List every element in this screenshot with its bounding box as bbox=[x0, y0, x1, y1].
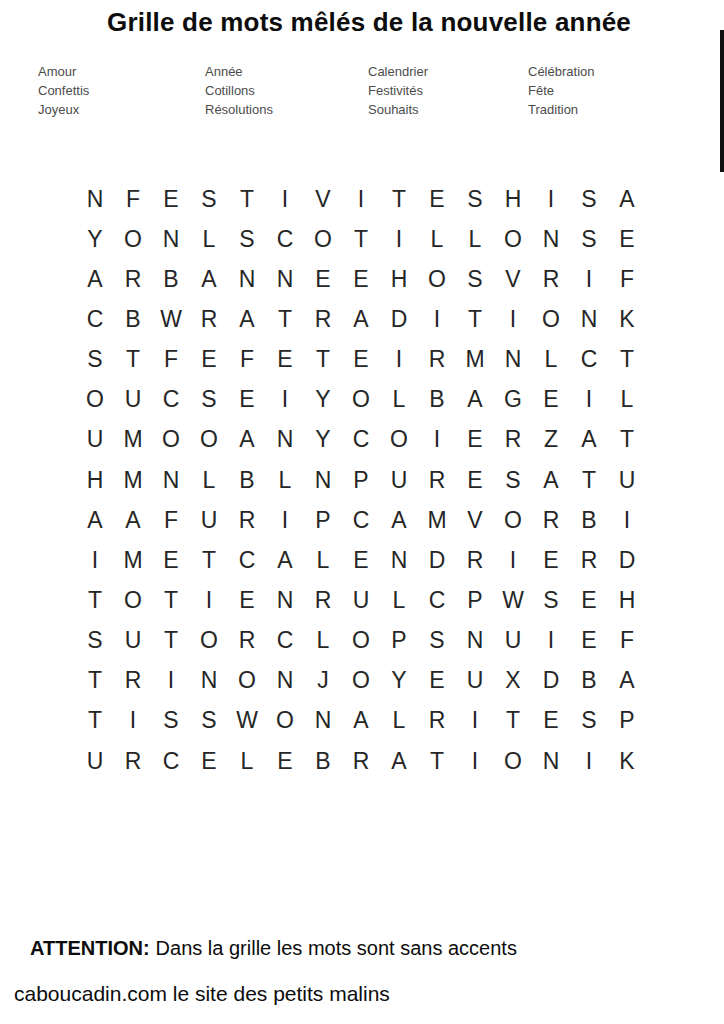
word-list-item: Amour bbox=[38, 62, 89, 81]
attention-label: ATTENTION: bbox=[30, 937, 150, 959]
grid-cell: F bbox=[228, 340, 266, 380]
grid-cell: O bbox=[342, 661, 380, 701]
grid-cell: S bbox=[456, 259, 494, 299]
grid-cell: T bbox=[190, 540, 228, 580]
grid-cell: O bbox=[418, 259, 456, 299]
grid-cell: U bbox=[380, 460, 418, 500]
grid-cell: N bbox=[532, 741, 570, 781]
grid-cell: C bbox=[228, 540, 266, 580]
grid-cell: O bbox=[342, 380, 380, 420]
grid-cell: A bbox=[342, 299, 380, 339]
grid-cell: L bbox=[532, 340, 570, 380]
grid-cell: R bbox=[228, 500, 266, 540]
grid-cell: R bbox=[228, 621, 266, 661]
grid-cell: I bbox=[570, 741, 608, 781]
grid-cell: R bbox=[456, 540, 494, 580]
grid-cell: E bbox=[266, 741, 304, 781]
grid-cell: E bbox=[266, 340, 304, 380]
grid-cell: E bbox=[532, 701, 570, 741]
grid-cell: Y bbox=[304, 420, 342, 460]
grid-cell: A bbox=[228, 420, 266, 460]
attention-note: ATTENTION:Dans la grille les mots sont s… bbox=[30, 937, 517, 960]
word-list-item: Cotillons bbox=[205, 81, 273, 100]
grid-cell: C bbox=[266, 219, 304, 259]
grid-cell: I bbox=[456, 701, 494, 741]
grid-cell: L bbox=[228, 741, 266, 781]
grid-cell: I bbox=[418, 420, 456, 460]
grid-cell: Z bbox=[532, 420, 570, 460]
grid-cell: I bbox=[152, 661, 190, 701]
grid-cell: I bbox=[266, 179, 304, 219]
attention-text: Dans la grille les mots sont sans accent… bbox=[156, 937, 517, 959]
grid-cell: L bbox=[380, 580, 418, 620]
grid-cell: I bbox=[532, 179, 570, 219]
grid-cell: T bbox=[114, 340, 152, 380]
grid-cell: I bbox=[342, 179, 380, 219]
grid-cell: L bbox=[380, 701, 418, 741]
grid-cell: O bbox=[494, 500, 532, 540]
grid-cell: E bbox=[456, 420, 494, 460]
grid-cell: S bbox=[532, 580, 570, 620]
grid-cell: A bbox=[380, 741, 418, 781]
grid-cell: E bbox=[342, 340, 380, 380]
grid-cell: S bbox=[570, 179, 608, 219]
grid-cell: P bbox=[342, 460, 380, 500]
grid-cell: L bbox=[418, 219, 456, 259]
grid-cell: S bbox=[190, 701, 228, 741]
grid-cell: O bbox=[190, 621, 228, 661]
grid-cell: L bbox=[456, 219, 494, 259]
grid-cell: W bbox=[494, 580, 532, 620]
grid-cell: N bbox=[304, 701, 342, 741]
grid-cell: R bbox=[532, 259, 570, 299]
grid-cell: I bbox=[532, 621, 570, 661]
grid-cell: T bbox=[76, 580, 114, 620]
grid-cell: J bbox=[304, 661, 342, 701]
grid-cell: N bbox=[380, 540, 418, 580]
grid-cell: K bbox=[608, 299, 646, 339]
grid-cell: A bbox=[266, 540, 304, 580]
grid-cell: T bbox=[152, 580, 190, 620]
grid-cell: S bbox=[456, 179, 494, 219]
grid-cell: A bbox=[342, 701, 380, 741]
word-list-item: Année bbox=[205, 62, 273, 81]
grid-cell: B bbox=[114, 299, 152, 339]
grid-cell: S bbox=[228, 219, 266, 259]
grid-cell: M bbox=[114, 460, 152, 500]
grid-cell: E bbox=[342, 540, 380, 580]
grid-cell: W bbox=[228, 701, 266, 741]
grid-cell: L bbox=[608, 380, 646, 420]
word-list-item: Tradition bbox=[528, 100, 595, 119]
scan-edge-artifact bbox=[720, 30, 724, 172]
grid-cell: C bbox=[342, 500, 380, 540]
grid-cell: O bbox=[532, 299, 570, 339]
grid-cell: C bbox=[418, 580, 456, 620]
grid-cell: S bbox=[190, 179, 228, 219]
grid-cell: E bbox=[342, 259, 380, 299]
grid-cell: R bbox=[570, 540, 608, 580]
grid-cell: N bbox=[304, 460, 342, 500]
grid-cell: I bbox=[190, 580, 228, 620]
grid-cell: S bbox=[152, 701, 190, 741]
grid-cell: U bbox=[76, 420, 114, 460]
grid-cell: O bbox=[114, 580, 152, 620]
grid-cell: N bbox=[532, 219, 570, 259]
grid-cell: O bbox=[114, 219, 152, 259]
grid-cell: E bbox=[152, 540, 190, 580]
grid-cell: X bbox=[494, 661, 532, 701]
grid-cell: T bbox=[418, 741, 456, 781]
grid-cell: F bbox=[114, 179, 152, 219]
word-list-item: Festivités bbox=[368, 81, 428, 100]
grid-cell: I bbox=[114, 701, 152, 741]
grid-cell: S bbox=[570, 701, 608, 741]
grid-cell: O bbox=[76, 380, 114, 420]
grid-cell: R bbox=[190, 299, 228, 339]
grid-cell: A bbox=[76, 500, 114, 540]
word-list-column: CélébrationFêteTradition bbox=[528, 62, 595, 119]
grid-cell: R bbox=[418, 701, 456, 741]
grid-cell: S bbox=[418, 621, 456, 661]
grid-cell: G bbox=[494, 380, 532, 420]
grid-cell: Y bbox=[380, 661, 418, 701]
word-list-column: CalendrierFestivitésSouhaits bbox=[368, 62, 428, 119]
grid-cell: I bbox=[266, 380, 304, 420]
grid-cell: V bbox=[494, 259, 532, 299]
grid-cell: N bbox=[190, 661, 228, 701]
grid-cell: V bbox=[304, 179, 342, 219]
grid-cell: O bbox=[494, 741, 532, 781]
grid-cell: A bbox=[228, 299, 266, 339]
grid-cell: R bbox=[114, 741, 152, 781]
grid-cell: R bbox=[418, 340, 456, 380]
grid-cell: S bbox=[76, 621, 114, 661]
grid-cell: S bbox=[494, 460, 532, 500]
grid-cell: P bbox=[608, 701, 646, 741]
grid-cell: H bbox=[76, 460, 114, 500]
grid-cell: H bbox=[608, 580, 646, 620]
grid-cell: O bbox=[380, 420, 418, 460]
grid-cell: O bbox=[266, 701, 304, 741]
grid-cell: A bbox=[570, 420, 608, 460]
grid-cell: T bbox=[76, 661, 114, 701]
grid-cell: R bbox=[114, 259, 152, 299]
grid-cell: E bbox=[228, 380, 266, 420]
grid-cell: U bbox=[76, 741, 114, 781]
grid-cell: I bbox=[266, 500, 304, 540]
grid-cell: T bbox=[304, 340, 342, 380]
grid-cell: A bbox=[608, 179, 646, 219]
grid-cell: T bbox=[456, 299, 494, 339]
grid-cell: S bbox=[76, 340, 114, 380]
word-search-grid: NFESTIVITESHISAYONLSCOTILLONSEARBANNEEHO… bbox=[76, 179, 646, 781]
grid-cell: P bbox=[380, 621, 418, 661]
grid-cell: I bbox=[608, 500, 646, 540]
grid-cell: B bbox=[228, 460, 266, 500]
grid-cell: T bbox=[228, 179, 266, 219]
grid-cell: R bbox=[304, 299, 342, 339]
grid-cell: I bbox=[456, 741, 494, 781]
grid-cell: R bbox=[304, 580, 342, 620]
grid-cell: H bbox=[494, 179, 532, 219]
grid-cell: S bbox=[190, 380, 228, 420]
grid-cell: C bbox=[266, 621, 304, 661]
grid-cell: V bbox=[456, 500, 494, 540]
grid-cell: D bbox=[532, 661, 570, 701]
grid-cell: L bbox=[380, 380, 418, 420]
grid-cell: L bbox=[304, 621, 342, 661]
grid-cell: M bbox=[114, 420, 152, 460]
grid-cell: I bbox=[570, 259, 608, 299]
grid-cell: N bbox=[570, 299, 608, 339]
grid-cell: E bbox=[304, 259, 342, 299]
word-list-item: Fête bbox=[528, 81, 595, 100]
grid-cell: E bbox=[228, 580, 266, 620]
puzzle-title: Grille de mots mêlés de la nouvelle anné… bbox=[7, 7, 724, 38]
word-list-item: Célébration bbox=[528, 62, 595, 81]
grid-cell: I bbox=[494, 299, 532, 339]
grid-cell: A bbox=[456, 380, 494, 420]
grid-cell: I bbox=[76, 540, 114, 580]
word-list-column: AmourConfettisJoyeux bbox=[38, 62, 89, 119]
grid-cell: Y bbox=[304, 380, 342, 420]
grid-cell: P bbox=[456, 580, 494, 620]
grid-cell: P bbox=[304, 500, 342, 540]
grid-cell: B bbox=[304, 741, 342, 781]
grid-cell: E bbox=[418, 661, 456, 701]
grid-cell: T bbox=[570, 460, 608, 500]
grid-cell: B bbox=[570, 500, 608, 540]
grid-cell: R bbox=[494, 420, 532, 460]
word-list-item: Calendrier bbox=[368, 62, 428, 81]
grid-cell: B bbox=[152, 259, 190, 299]
word-list-item: Résolutions bbox=[205, 100, 273, 119]
grid-cell: U bbox=[190, 500, 228, 540]
grid-cell: C bbox=[570, 340, 608, 380]
grid-cell: F bbox=[152, 340, 190, 380]
grid-cell: M bbox=[456, 340, 494, 380]
grid-cell: W bbox=[152, 299, 190, 339]
grid-cell: L bbox=[190, 460, 228, 500]
grid-cell: N bbox=[152, 460, 190, 500]
grid-cell: I bbox=[380, 219, 418, 259]
grid-cell: O bbox=[228, 661, 266, 701]
grid-cell: U bbox=[114, 380, 152, 420]
grid-cell: H bbox=[380, 259, 418, 299]
grid-cell: N bbox=[266, 420, 304, 460]
grid-cell: R bbox=[418, 460, 456, 500]
grid-cell: N bbox=[228, 259, 266, 299]
grid-cell: A bbox=[114, 500, 152, 540]
grid-cell: K bbox=[608, 741, 646, 781]
grid-cell: R bbox=[114, 661, 152, 701]
grid-cell: F bbox=[608, 259, 646, 299]
word-list-item: Joyeux bbox=[38, 100, 89, 119]
grid-cell: L bbox=[266, 460, 304, 500]
grid-cell: T bbox=[76, 701, 114, 741]
grid-cell: E bbox=[532, 380, 570, 420]
grid-cell: D bbox=[380, 299, 418, 339]
grid-cell: N bbox=[152, 219, 190, 259]
grid-cell: F bbox=[608, 621, 646, 661]
grid-cell: A bbox=[380, 500, 418, 540]
grid-cell: T bbox=[152, 621, 190, 661]
grid-cell: N bbox=[456, 621, 494, 661]
grid-cell: N bbox=[76, 179, 114, 219]
grid-cell: M bbox=[114, 540, 152, 580]
grid-cell: U bbox=[608, 460, 646, 500]
grid-cell: E bbox=[570, 580, 608, 620]
grid-cell: Y bbox=[76, 219, 114, 259]
grid-cell: T bbox=[608, 340, 646, 380]
grid-cell: C bbox=[152, 380, 190, 420]
grid-cell: A bbox=[608, 661, 646, 701]
grid-cell: E bbox=[532, 540, 570, 580]
grid-cell: T bbox=[494, 701, 532, 741]
grid-cell: D bbox=[608, 540, 646, 580]
grid-cell: E bbox=[418, 179, 456, 219]
grid-cell: I bbox=[380, 340, 418, 380]
grid-cell: C bbox=[152, 741, 190, 781]
grid-cell: B bbox=[570, 661, 608, 701]
grid-cell: O bbox=[190, 420, 228, 460]
grid-cell: A bbox=[76, 259, 114, 299]
word-list: AmourConfettisJoyeuxAnnéeCotillonsRésolu… bbox=[0, 62, 724, 122]
grid-cell: E bbox=[190, 741, 228, 781]
grid-cell: A bbox=[532, 460, 570, 500]
grid-cell: I bbox=[418, 299, 456, 339]
grid-cell: I bbox=[494, 540, 532, 580]
grid-cell: R bbox=[342, 741, 380, 781]
grid-cell: E bbox=[152, 179, 190, 219]
grid-cell: U bbox=[456, 661, 494, 701]
grid-cell: N bbox=[266, 661, 304, 701]
grid-cell: M bbox=[418, 500, 456, 540]
grid-cell: O bbox=[494, 219, 532, 259]
grid-cell: E bbox=[190, 340, 228, 380]
grid-cell: C bbox=[76, 299, 114, 339]
grid-cell: D bbox=[418, 540, 456, 580]
grid-cell: U bbox=[342, 580, 380, 620]
grid-cell: R bbox=[532, 500, 570, 540]
grid-cell: I bbox=[570, 380, 608, 420]
grid-cell: N bbox=[266, 259, 304, 299]
grid-cell: O bbox=[342, 621, 380, 661]
grid-cell: A bbox=[190, 259, 228, 299]
grid-cell: O bbox=[152, 420, 190, 460]
grid-cell: T bbox=[342, 219, 380, 259]
grid-cell: O bbox=[304, 219, 342, 259]
grid-cell: N bbox=[266, 580, 304, 620]
grid-cell: T bbox=[608, 420, 646, 460]
grid-cell: U bbox=[114, 621, 152, 661]
page: Grille de mots mêlés de la nouvelle anné… bbox=[0, 0, 724, 1024]
word-list-item: Souhaits bbox=[368, 100, 428, 119]
grid-cell: B bbox=[418, 380, 456, 420]
grid-cell: T bbox=[266, 299, 304, 339]
grid-cell: C bbox=[342, 420, 380, 460]
grid-cell: L bbox=[190, 219, 228, 259]
grid-cell: U bbox=[494, 621, 532, 661]
grid-cell: E bbox=[570, 621, 608, 661]
grid-cell: E bbox=[608, 219, 646, 259]
grid-cell: F bbox=[152, 500, 190, 540]
grid-cell: L bbox=[304, 540, 342, 580]
grid-cell: E bbox=[456, 460, 494, 500]
word-list-column: AnnéeCotillonsRésolutions bbox=[205, 62, 273, 119]
grid-cell: N bbox=[494, 340, 532, 380]
word-list-item: Confettis bbox=[38, 81, 89, 100]
grid-cell: T bbox=[380, 179, 418, 219]
grid-cell: S bbox=[570, 219, 608, 259]
site-credit: caboucadin.com le site des petits malins bbox=[14, 982, 390, 1006]
